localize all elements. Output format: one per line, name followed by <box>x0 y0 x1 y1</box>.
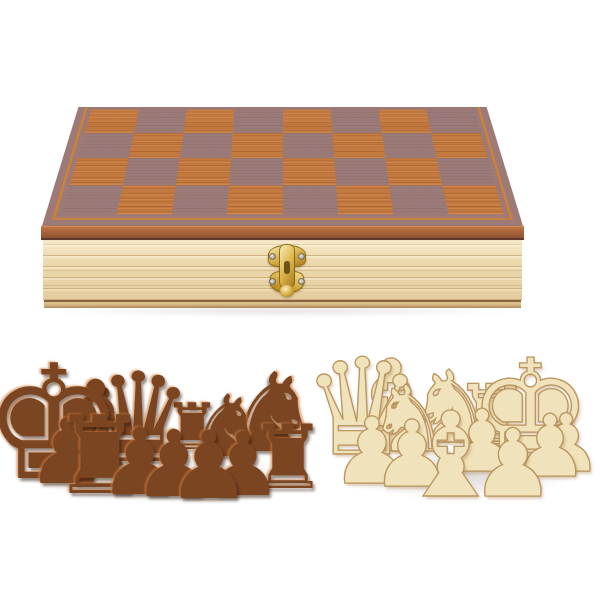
board-square <box>85 110 140 133</box>
board-square <box>184 110 235 133</box>
board-square <box>385 158 442 185</box>
board-square <box>431 133 488 158</box>
product-photo: ♚♝♛♜♞♞♟♜♟♟♟♟♜ ♛♝♞♞♜♚♟♟♝♟♟♟♟ <box>0 0 600 600</box>
clasp-screw <box>269 253 276 260</box>
board-square <box>233 110 282 133</box>
board-square <box>381 133 436 158</box>
clasp-screw <box>269 278 276 285</box>
board-square <box>229 158 282 185</box>
board-square <box>283 158 336 185</box>
board-square <box>77 133 134 158</box>
board-square <box>129 133 184 158</box>
board-square <box>123 158 180 185</box>
board-square <box>70 158 129 185</box>
chess-board-top <box>42 107 523 226</box>
board-square <box>134 110 187 133</box>
board-square <box>176 158 231 185</box>
board-square <box>61 185 123 214</box>
board-square <box>227 185 282 214</box>
checkerboard <box>61 110 503 215</box>
board-square <box>332 133 385 158</box>
board-square <box>283 133 334 158</box>
board-square <box>442 185 504 214</box>
board-square <box>378 110 431 133</box>
board-square <box>436 158 495 185</box>
board-square <box>336 185 393 214</box>
chess-piece-light-pawn: ♟ <box>466 417 560 511</box>
chess-piece-dark-pawn: ♟ <box>162 419 256 513</box>
box-clasp <box>267 241 307 297</box>
clasp-screw <box>298 253 305 260</box>
board-square <box>283 185 338 214</box>
box-ground-shadow <box>48 306 518 316</box>
clasp-hook-ball <box>280 285 294 297</box>
clasp-keyhole <box>284 261 290 274</box>
board-square <box>334 158 389 185</box>
board-square <box>172 185 229 214</box>
board-square <box>117 185 176 214</box>
board-square <box>426 110 481 133</box>
board-square <box>283 110 332 133</box>
board-square <box>330 110 381 133</box>
board-square <box>180 133 233 158</box>
board-edge <box>41 226 524 240</box>
board-square <box>389 185 448 214</box>
board-square <box>231 133 282 158</box>
clasp-screw <box>298 278 305 285</box>
